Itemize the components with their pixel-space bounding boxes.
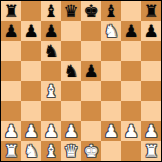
piece-white-pawn[interactable]: ♟ [101, 121, 121, 141]
piece-black-pawn[interactable]: ♟ [21, 21, 41, 41]
square-c4[interactable]: ♝ [41, 81, 61, 101]
square-c2[interactable]: ♟ [41, 121, 61, 141]
square-d5[interactable]: ♞ [61, 61, 81, 81]
square-e4[interactable] [81, 81, 101, 101]
square-c1[interactable]: ♝ [41, 141, 61, 161]
square-g1[interactable] [121, 141, 141, 161]
square-c6[interactable]: ♞ [41, 41, 61, 61]
square-g7[interactable]: ♟ [121, 21, 141, 41]
square-d2[interactable]: ♟ [61, 121, 81, 141]
square-d3[interactable] [61, 101, 81, 121]
piece-white-bishop[interactable]: ♝ [41, 141, 61, 161]
square-f1[interactable] [101, 141, 121, 161]
piece-white-knight[interactable]: ♞ [21, 141, 41, 161]
piece-white-rook[interactable]: ♜ [1, 141, 21, 161]
piece-white-queen[interactable]: ♛ [61, 141, 81, 161]
square-f5[interactable] [101, 61, 121, 81]
square-f7[interactable]: ♞ [101, 21, 121, 41]
square-d6[interactable] [61, 41, 81, 61]
square-f6[interactable] [101, 41, 121, 61]
square-a1[interactable]: ♜ [1, 141, 21, 161]
square-g2[interactable]: ♟ [121, 121, 141, 141]
square-b5[interactable] [21, 61, 41, 81]
piece-white-pawn[interactable]: ♟ [41, 121, 61, 141]
square-g4[interactable] [121, 81, 141, 101]
square-a8[interactable]: ♜ [1, 1, 21, 21]
piece-black-bishop[interactable]: ♝ [41, 1, 61, 21]
square-e5[interactable]: ♟ [81, 61, 101, 81]
piece-black-rook[interactable]: ♜ [141, 1, 161, 21]
square-b6[interactable] [21, 41, 41, 61]
piece-black-knight[interactable]: ♞ [61, 61, 81, 81]
piece-black-pawn[interactable]: ♟ [81, 61, 101, 81]
square-e6[interactable] [81, 41, 101, 61]
piece-white-pawn[interactable]: ♟ [21, 121, 41, 141]
piece-black-pawn[interactable]: ♟ [41, 21, 61, 41]
square-e7[interactable] [81, 21, 101, 41]
piece-white-king[interactable]: ♚ [81, 141, 101, 161]
square-g6[interactable] [121, 41, 141, 61]
piece-white-pawn[interactable]: ♟ [121, 121, 141, 141]
square-g5[interactable] [121, 61, 141, 81]
square-b3[interactable] [21, 101, 41, 121]
square-b2[interactable]: ♟ [21, 121, 41, 141]
square-e8[interactable]: ♚ [81, 1, 101, 21]
piece-black-pawn[interactable]: ♟ [141, 21, 161, 41]
piece-white-pawn[interactable]: ♟ [141, 121, 161, 141]
piece-white-rook[interactable]: ♜ [141, 141, 161, 161]
square-f3[interactable] [101, 101, 121, 121]
square-h4[interactable] [141, 81, 161, 101]
square-h6[interactable] [141, 41, 161, 61]
square-a3[interactable] [1, 101, 21, 121]
piece-black-king[interactable]: ♚ [81, 1, 101, 21]
square-b4[interactable] [21, 81, 41, 101]
piece-black-bishop[interactable]: ♝ [101, 1, 121, 21]
piece-black-rook[interactable]: ♜ [1, 1, 21, 21]
square-a7[interactable]: ♟ [1, 21, 21, 41]
square-h8[interactable]: ♜ [141, 1, 161, 21]
square-g8[interactable] [121, 1, 141, 21]
square-f4[interactable] [101, 81, 121, 101]
piece-white-bishop[interactable]: ♝ [41, 81, 61, 101]
square-h5[interactable] [141, 61, 161, 81]
square-g3[interactable] [121, 101, 141, 121]
square-a2[interactable]: ♟ [1, 121, 21, 141]
piece-white-knight[interactable]: ♞ [101, 21, 121, 41]
square-f8[interactable]: ♝ [101, 1, 121, 21]
square-d7[interactable] [61, 21, 81, 41]
square-h7[interactable]: ♟ [141, 21, 161, 41]
piece-black-queen[interactable]: ♛ [61, 1, 81, 21]
square-e1[interactable]: ♚ [81, 141, 101, 161]
square-c5[interactable] [41, 61, 61, 81]
square-b8[interactable] [21, 1, 41, 21]
square-e3[interactable] [81, 101, 101, 121]
piece-white-pawn[interactable]: ♟ [61, 121, 81, 141]
square-d8[interactable]: ♛ [61, 1, 81, 21]
chess-board: ♜♝♛♚♝♜♟♟♟♞♟♟♞♞♟♝♟♟♟♟♟♟♟♜♞♝♛♚♜ [1, 1, 161, 161]
square-a5[interactable] [1, 61, 21, 81]
square-b1[interactable]: ♞ [21, 141, 41, 161]
square-c7[interactable]: ♟ [41, 21, 61, 41]
square-c3[interactable] [41, 101, 61, 121]
square-e2[interactable] [81, 121, 101, 141]
square-d1[interactable]: ♛ [61, 141, 81, 161]
square-c8[interactable]: ♝ [41, 1, 61, 21]
square-b7[interactable]: ♟ [21, 21, 41, 41]
square-h3[interactable] [141, 101, 161, 121]
piece-black-knight[interactable]: ♞ [41, 41, 61, 61]
square-a6[interactable] [1, 41, 21, 61]
square-a4[interactable] [1, 81, 21, 101]
piece-white-pawn[interactable]: ♟ [1, 121, 21, 141]
piece-black-pawn[interactable]: ♟ [121, 21, 141, 41]
square-d4[interactable] [61, 81, 81, 101]
board-frame: ♜♝♛♚♝♜♟♟♟♞♟♟♞♞♟♝♟♟♟♟♟♟♟♜♞♝♛♚♜ [0, 0, 162, 162]
square-h2[interactable]: ♟ [141, 121, 161, 141]
square-f2[interactable]: ♟ [101, 121, 121, 141]
piece-black-pawn[interactable]: ♟ [1, 21, 21, 41]
square-h1[interactable]: ♜ [141, 141, 161, 161]
